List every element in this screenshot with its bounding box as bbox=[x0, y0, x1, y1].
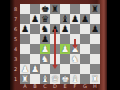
piece-white-pawn[interactable]: ♟ bbox=[31, 64, 39, 74]
piece-black-pawn[interactable]: ♟ bbox=[21, 24, 29, 34]
file-label-H: H bbox=[90, 83, 100, 90]
piece-black-rook[interactable]: ♜ bbox=[51, 4, 59, 14]
square-h1[interactable]: ♜ bbox=[90, 74, 100, 84]
square-g7[interactable]: ♟ bbox=[80, 14, 90, 24]
square-f5[interactable] bbox=[70, 34, 80, 44]
square-f1[interactable]: ♝ bbox=[70, 74, 80, 84]
piece-black-queen[interactable]: ♛ bbox=[41, 14, 49, 24]
square-e2[interactable] bbox=[60, 64, 70, 74]
piece-white-bishop[interactable]: ♝ bbox=[41, 74, 49, 84]
piece-white-pawn[interactable]: ♟ bbox=[71, 44, 79, 54]
piece-black-knight[interactable]: ♞ bbox=[41, 24, 49, 34]
square-b7[interactable]: ♟ bbox=[30, 14, 40, 24]
square-g8[interactable] bbox=[80, 4, 90, 14]
square-c8[interactable]: ♚ bbox=[40, 4, 50, 14]
square-h2[interactable] bbox=[90, 64, 100, 74]
file-label-F: F bbox=[70, 83, 80, 90]
square-c7[interactable]: ♛ bbox=[40, 14, 50, 24]
piece-black-pawn[interactable]: ♟ bbox=[51, 24, 59, 34]
rank-label-1: 1 bbox=[12, 74, 19, 84]
square-d2[interactable] bbox=[50, 64, 60, 74]
piece-white-knight[interactable]: ♞ bbox=[41, 54, 49, 64]
rank-label-7: 7 bbox=[12, 14, 19, 24]
file-label-D: D bbox=[50, 83, 60, 90]
file-label-A: A bbox=[20, 83, 30, 90]
piece-white-pawn[interactable]: ♟ bbox=[61, 44, 69, 54]
square-d8[interactable]: ♜ bbox=[50, 4, 60, 14]
rank-label-3: 3 bbox=[12, 54, 19, 64]
file-label-C: C bbox=[40, 83, 50, 90]
chess-board[interactable]: ♚♜♜♟♛♝♟♟♟♞♟♟♟♟♟♟♟♞♞♟♟♜♝♛♚♝♜ bbox=[20, 4, 100, 84]
file-label-G: G bbox=[80, 83, 90, 90]
rank-label-8: 8 bbox=[12, 4, 19, 14]
square-c2[interactable] bbox=[40, 64, 50, 74]
square-d4[interactable] bbox=[50, 44, 60, 54]
piece-black-rook[interactable]: ♜ bbox=[91, 4, 99, 14]
square-c5[interactable]: ♟ bbox=[40, 34, 50, 44]
square-g6[interactable] bbox=[80, 24, 90, 34]
square-b2[interactable]: ♟ bbox=[30, 64, 40, 74]
piece-black-pawn[interactable]: ♟ bbox=[81, 14, 89, 24]
square-g4[interactable] bbox=[80, 44, 90, 54]
rank-label-6: 6 bbox=[12, 24, 19, 34]
piece-white-rook[interactable]: ♜ bbox=[91, 74, 99, 84]
square-b5[interactable] bbox=[30, 34, 40, 44]
square-a6[interactable]: ♟ bbox=[20, 24, 30, 34]
square-a5[interactable] bbox=[20, 34, 30, 44]
square-c1[interactable]: ♝ bbox=[40, 74, 50, 84]
square-h6[interactable]: ♟ bbox=[90, 24, 100, 34]
file-label-B: B bbox=[30, 83, 40, 90]
rank-label-5: 5 bbox=[12, 34, 19, 44]
file-labels: ABCDEFGH bbox=[20, 83, 100, 90]
piece-black-pawn[interactable]: ♟ bbox=[41, 34, 49, 44]
square-b4[interactable] bbox=[30, 44, 40, 54]
square-d1[interactable]: ♛ bbox=[50, 74, 60, 84]
piece-black-pawn[interactable]: ♟ bbox=[71, 14, 79, 24]
square-g2[interactable] bbox=[80, 64, 90, 74]
square-f3[interactable]: ♞ bbox=[70, 54, 80, 64]
square-h4[interactable] bbox=[90, 44, 100, 54]
piece-black-bishop[interactable]: ♝ bbox=[61, 14, 69, 24]
piece-black-king[interactable]: ♚ bbox=[41, 4, 49, 14]
piece-white-rook[interactable]: ♜ bbox=[21, 74, 29, 84]
rank-label-2: 2 bbox=[12, 64, 19, 74]
square-d3[interactable] bbox=[50, 54, 60, 64]
square-e4[interactable]: ♟ bbox=[60, 44, 70, 54]
square-b1[interactable] bbox=[30, 74, 40, 84]
piece-white-queen[interactable]: ♛ bbox=[51, 74, 59, 84]
square-a8[interactable] bbox=[20, 4, 30, 14]
piece-white-king[interactable]: ♚ bbox=[61, 74, 69, 84]
piece-black-pawn[interactable]: ♟ bbox=[61, 24, 69, 34]
square-b8[interactable] bbox=[30, 4, 40, 14]
square-h7[interactable] bbox=[90, 14, 100, 24]
piece-white-knight[interactable]: ♞ bbox=[71, 54, 79, 64]
square-f7[interactable]: ♟ bbox=[70, 14, 80, 24]
square-a3[interactable] bbox=[20, 54, 30, 64]
square-f4[interactable]: ♟ bbox=[70, 44, 80, 54]
square-b6[interactable] bbox=[30, 24, 40, 34]
square-a7[interactable] bbox=[20, 14, 30, 24]
square-c4[interactable]: ♟ bbox=[40, 44, 50, 54]
square-d7[interactable] bbox=[50, 14, 60, 24]
square-d5[interactable] bbox=[50, 34, 60, 44]
piece-black-pawn[interactable]: ♟ bbox=[31, 14, 39, 24]
piece-white-pawn[interactable]: ♟ bbox=[21, 64, 29, 74]
square-e3[interactable] bbox=[60, 54, 70, 64]
square-f6[interactable] bbox=[70, 24, 80, 34]
square-g5[interactable] bbox=[80, 34, 90, 44]
square-f8[interactable] bbox=[70, 4, 80, 14]
square-h8[interactable]: ♜ bbox=[90, 4, 100, 14]
square-a4[interactable] bbox=[20, 44, 30, 54]
rank-labels: 87654321 bbox=[12, 4, 19, 84]
square-e1[interactable]: ♚ bbox=[60, 74, 70, 84]
square-e8[interactable] bbox=[60, 4, 70, 14]
square-c6[interactable]: ♞ bbox=[40, 24, 50, 34]
square-h5[interactable] bbox=[90, 34, 100, 44]
square-f2[interactable] bbox=[70, 64, 80, 74]
square-e5[interactable] bbox=[60, 34, 70, 44]
file-label-E: E bbox=[60, 83, 70, 90]
square-d6[interactable]: ♟ bbox=[50, 24, 60, 34]
rank-label-4: 4 bbox=[12, 44, 19, 54]
video-frame: 87654321 ABCDEFGH ♚♜♜♟♛♝♟♟♟♞♟♟♟♟♟♟♟♞♞♟♟♜… bbox=[0, 0, 120, 90]
square-g3[interactable] bbox=[80, 54, 90, 64]
square-h3[interactable] bbox=[90, 54, 100, 64]
square-a1[interactable]: ♜ bbox=[20, 74, 30, 84]
square-c3[interactable]: ♞ bbox=[40, 54, 50, 64]
square-g1[interactable] bbox=[80, 74, 90, 84]
piece-black-pawn[interactable]: ♟ bbox=[91, 24, 99, 34]
square-e7[interactable]: ♝ bbox=[60, 14, 70, 24]
piece-white-pawn[interactable]: ♟ bbox=[41, 44, 49, 54]
square-a2[interactable]: ♟ bbox=[20, 64, 30, 74]
piece-white-bishop[interactable]: ♝ bbox=[71, 74, 79, 84]
square-b3[interactable] bbox=[30, 54, 40, 64]
square-e6[interactable]: ♟ bbox=[60, 24, 70, 34]
